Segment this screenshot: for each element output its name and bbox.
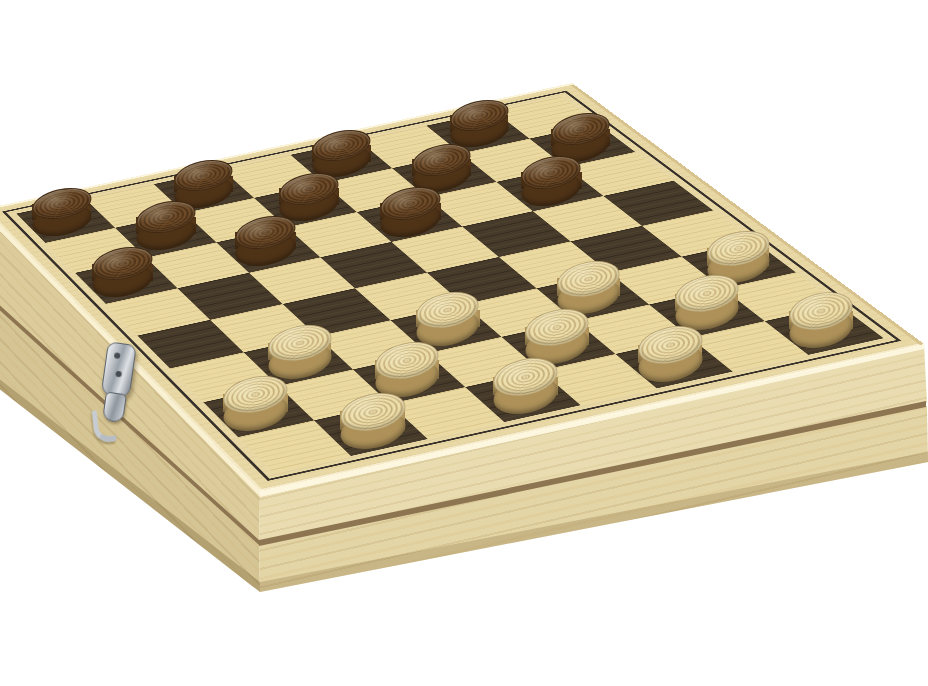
checker-dark-r1-c3[interactable] bbox=[279, 174, 339, 221]
checker-light-r6-c6[interactable] bbox=[675, 276, 739, 328]
checker-dark-r0-c4[interactable] bbox=[312, 131, 371, 176]
checker-light-r5-c1[interactable] bbox=[268, 326, 332, 378]
checker-light-r6-c4[interactable] bbox=[525, 310, 589, 363]
checker-light-r7-c3[interactable] bbox=[493, 359, 558, 413]
checker-light-r7-c5[interactable] bbox=[638, 327, 703, 381]
checker-light-r5-c5[interactable] bbox=[557, 262, 620, 313]
checker-dark-r0-c6[interactable] bbox=[450, 101, 509, 146]
checker-dark-r2-c0[interactable] bbox=[92, 248, 153, 296]
checker-dark-r0-c2[interactable] bbox=[174, 161, 233, 207]
checker-dark-r2-c6[interactable] bbox=[521, 157, 581, 204]
checker-dark-r1-c5[interactable] bbox=[412, 145, 471, 191]
checkers-box-photo bbox=[0, 0, 928, 686]
checker-dark-r1-c1[interactable] bbox=[136, 202, 196, 249]
checker-dark-r1-c7[interactable] bbox=[551, 114, 610, 160]
checker-dark-r2-c2[interactable] bbox=[235, 217, 296, 265]
checker-light-r6-c0[interactable] bbox=[223, 377, 288, 430]
checker-light-r6-c2[interactable] bbox=[375, 343, 439, 396]
clasp-hook bbox=[92, 408, 117, 443]
checker-light-r7-c7[interactable] bbox=[789, 293, 853, 347]
checker-dark-r0-c0[interactable] bbox=[32, 189, 92, 235]
checker-light-r7-c1[interactable] bbox=[340, 394, 406, 448]
checker-light-r5-c3[interactable] bbox=[416, 293, 479, 344]
clasp-plate bbox=[101, 341, 137, 399]
checker-dark-r2-c4[interactable] bbox=[380, 188, 441, 236]
